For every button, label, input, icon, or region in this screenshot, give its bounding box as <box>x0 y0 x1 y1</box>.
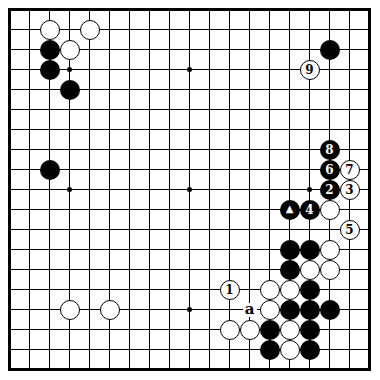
black-stone[interactable] <box>40 160 60 180</box>
white-stone[interactable] <box>320 200 340 220</box>
black-stone[interactable] <box>300 240 320 260</box>
triangle-marked-black-stone[interactable]: ▲ <box>280 200 300 220</box>
white-stone[interactable] <box>60 40 80 60</box>
white-stone[interactable] <box>280 320 300 340</box>
move-7-white-stone[interactable]: 7 <box>340 160 360 180</box>
move-number: 5 <box>345 223 353 235</box>
star-point <box>187 307 192 312</box>
move-number: 8 <box>325 143 333 155</box>
grid-line <box>8 229 372 230</box>
black-stone[interactable] <box>300 280 320 300</box>
move-9-white-stone[interactable]: 9 <box>300 60 320 80</box>
black-stone[interactable] <box>300 320 320 340</box>
black-stone[interactable] <box>260 340 280 360</box>
move-6-black-stone[interactable]: 6 <box>320 160 340 180</box>
black-stone[interactable] <box>60 80 80 100</box>
white-stone[interactable] <box>80 20 100 40</box>
star-point <box>67 187 72 192</box>
star-point <box>187 67 192 72</box>
white-stone[interactable] <box>60 300 80 320</box>
move-3-white-stone[interactable]: 3 <box>340 180 360 200</box>
star-point <box>67 67 72 72</box>
white-stone[interactable] <box>40 20 60 40</box>
move-number: 9 <box>305 63 313 75</box>
triangle-mark-icon: ▲ <box>286 204 294 214</box>
move-number: 3 <box>345 183 353 195</box>
move-number: 6 <box>325 163 333 175</box>
black-stone[interactable] <box>260 320 280 340</box>
move-number: 7 <box>345 163 353 175</box>
grid-line <box>209 8 210 372</box>
white-stone[interactable] <box>260 280 280 300</box>
white-stone[interactable] <box>280 340 300 360</box>
grid-line <box>229 8 230 372</box>
white-stone[interactable] <box>320 240 340 260</box>
star-point <box>307 187 312 192</box>
black-stone[interactable] <box>300 300 320 320</box>
move-number: 4 <box>305 203 313 215</box>
move-2-black-stone[interactable]: 2 <box>320 180 340 200</box>
black-stone[interactable] <box>320 300 340 320</box>
black-stone[interactable] <box>40 60 60 80</box>
move-4-black-stone[interactable]: 4 <box>300 200 320 220</box>
move-1-white-stone[interactable]: 1 <box>220 280 240 300</box>
black-stone[interactable] <box>40 40 60 60</box>
white-stone[interactable] <box>100 300 120 320</box>
star-point <box>187 187 192 192</box>
black-stone[interactable] <box>320 40 340 60</box>
black-stone[interactable] <box>280 300 300 320</box>
board-edge-line <box>8 368 372 372</box>
move-number: 2 <box>325 183 333 195</box>
black-stone[interactable] <box>280 240 300 260</box>
white-stone[interactable] <box>280 280 300 300</box>
move-8-black-stone[interactable]: 8 <box>320 140 340 160</box>
white-stone[interactable] <box>260 300 280 320</box>
white-stone[interactable] <box>320 260 340 280</box>
go-board[interactable]: 986723▲451a <box>0 0 380 380</box>
black-stone[interactable] <box>280 260 300 280</box>
white-stone[interactable] <box>220 320 240 340</box>
board-edge-line <box>368 8 372 372</box>
move-5-white-stone[interactable]: 5 <box>340 220 360 240</box>
move-number: 1 <box>225 283 233 295</box>
point-label-a[interactable]: a <box>243 303 257 317</box>
white-stone[interactable] <box>300 260 320 280</box>
white-stone[interactable] <box>240 320 260 340</box>
black-stone[interactable] <box>300 340 320 360</box>
